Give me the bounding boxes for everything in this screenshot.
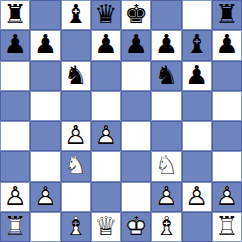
square-d7[interactable]: ♟ <box>91 30 121 60</box>
square-b3[interactable] <box>30 151 60 181</box>
square-g8[interactable] <box>182 0 212 30</box>
square-g5[interactable] <box>182 91 212 121</box>
white-bishop-icon: ♝♗ <box>61 212 91 242</box>
black-pawn-icon: ♟ <box>182 61 212 91</box>
black-pawn-icon: ♟ <box>121 30 151 60</box>
square-g7[interactable]: ♝ <box>182 30 212 60</box>
white-pawn-icon: ♟♙ <box>0 182 30 212</box>
square-e5[interactable] <box>121 91 151 121</box>
square-b6[interactable] <box>30 61 60 91</box>
square-c7[interactable] <box>61 30 91 60</box>
black-knight-icon: ♞ <box>61 61 91 91</box>
square-f3[interactable]: ♞♘ <box>151 151 181 181</box>
white-rook-icon: ♜♖ <box>0 212 30 242</box>
square-e7[interactable]: ♟ <box>121 30 151 60</box>
square-f7[interactable]: ♟ <box>151 30 181 60</box>
black-pawn-icon: ♟ <box>151 30 181 60</box>
square-d4[interactable]: ♟♙ <box>91 121 121 151</box>
black-pawn-icon: ♟ <box>0 30 30 60</box>
black-rook-icon: ♜ <box>212 0 242 30</box>
square-g3[interactable] <box>182 151 212 181</box>
square-a2[interactable]: ♟♙ <box>0 182 30 212</box>
square-d8[interactable]: ♛ <box>91 0 121 30</box>
square-d2[interactable] <box>91 182 121 212</box>
square-c3[interactable]: ♞♘ <box>61 151 91 181</box>
square-h4[interactable] <box>212 121 242 151</box>
square-e6[interactable] <box>121 61 151 91</box>
white-pawn-icon: ♟♙ <box>182 182 212 212</box>
square-c4[interactable]: ♟♙ <box>61 121 91 151</box>
square-h1[interactable]: ♜♖ <box>212 212 242 242</box>
black-bishop-icon: ♝ <box>182 30 212 60</box>
square-e4[interactable] <box>121 121 151 151</box>
white-knight-icon: ♞♘ <box>61 151 91 181</box>
square-d6[interactable] <box>91 61 121 91</box>
square-e3[interactable] <box>121 151 151 181</box>
square-b8[interactable] <box>30 0 60 30</box>
white-knight-icon: ♞♘ <box>151 151 181 181</box>
square-a8[interactable]: ♜ <box>0 0 30 30</box>
square-a7[interactable]: ♟ <box>0 30 30 60</box>
white-pawn-icon: ♟♙ <box>212 182 242 212</box>
black-king-icon: ♚ <box>121 0 151 30</box>
square-g6[interactable]: ♟ <box>182 61 212 91</box>
black-knight-icon: ♞ <box>151 61 181 91</box>
chess-board: ♜♝♛♚♜♟♟♟♟♟♝♟♞♞♟♟♙♟♙♞♘♞♘♟♙♟♙♟♙♟♙♟♙♜♖♝♗♛♕♚… <box>0 0 242 242</box>
white-rook-icon: ♜♖ <box>212 212 242 242</box>
white-queen-icon: ♛♕ <box>91 212 121 242</box>
square-g1[interactable] <box>182 212 212 242</box>
square-h6[interactable] <box>212 61 242 91</box>
square-f8[interactable] <box>151 0 181 30</box>
white-bishop-icon: ♝♗ <box>151 212 181 242</box>
square-c5[interactable] <box>61 91 91 121</box>
black-bishop-icon: ♝ <box>61 0 91 30</box>
white-king-icon: ♚♔ <box>121 212 151 242</box>
white-pawn-icon: ♟♙ <box>61 121 91 151</box>
square-b7[interactable]: ♟ <box>30 30 60 60</box>
square-c2[interactable] <box>61 182 91 212</box>
black-pawn-icon: ♟ <box>212 30 242 60</box>
square-c1[interactable]: ♝♗ <box>61 212 91 242</box>
square-h8[interactable]: ♜ <box>212 0 242 30</box>
square-g4[interactable] <box>182 121 212 151</box>
square-a4[interactable] <box>0 121 30 151</box>
square-g2[interactable]: ♟♙ <box>182 182 212 212</box>
square-h5[interactable] <box>212 91 242 121</box>
square-h2[interactable]: ♟♙ <box>212 182 242 212</box>
square-h3[interactable] <box>212 151 242 181</box>
black-queen-icon: ♛ <box>91 0 121 30</box>
square-e1[interactable]: ♚♔ <box>121 212 151 242</box>
square-f1[interactable]: ♝♗ <box>151 212 181 242</box>
square-e8[interactable]: ♚ <box>121 0 151 30</box>
white-pawn-icon: ♟♙ <box>91 121 121 151</box>
square-b5[interactable] <box>30 91 60 121</box>
black-rook-icon: ♜ <box>0 0 30 30</box>
square-e2[interactable] <box>121 182 151 212</box>
square-b4[interactable] <box>30 121 60 151</box>
black-pawn-icon: ♟ <box>30 30 60 60</box>
square-a5[interactable] <box>0 91 30 121</box>
square-d1[interactable]: ♛♕ <box>91 212 121 242</box>
square-b2[interactable]: ♟♙ <box>30 182 60 212</box>
white-pawn-icon: ♟♙ <box>30 182 60 212</box>
black-pawn-icon: ♟ <box>91 30 121 60</box>
square-f5[interactable] <box>151 91 181 121</box>
square-c6[interactable]: ♞ <box>61 61 91 91</box>
square-a6[interactable] <box>0 61 30 91</box>
square-h7[interactable]: ♟ <box>212 30 242 60</box>
square-f6[interactable]: ♞ <box>151 61 181 91</box>
square-a3[interactable] <box>0 151 30 181</box>
square-f4[interactable] <box>151 121 181 151</box>
square-d3[interactable] <box>91 151 121 181</box>
square-a1[interactable]: ♜♖ <box>0 212 30 242</box>
square-d5[interactable] <box>91 91 121 121</box>
square-c8[interactable]: ♝ <box>61 0 91 30</box>
white-pawn-icon: ♟♙ <box>151 182 181 212</box>
square-b1[interactable] <box>30 212 60 242</box>
square-f2[interactable]: ♟♙ <box>151 182 181 212</box>
